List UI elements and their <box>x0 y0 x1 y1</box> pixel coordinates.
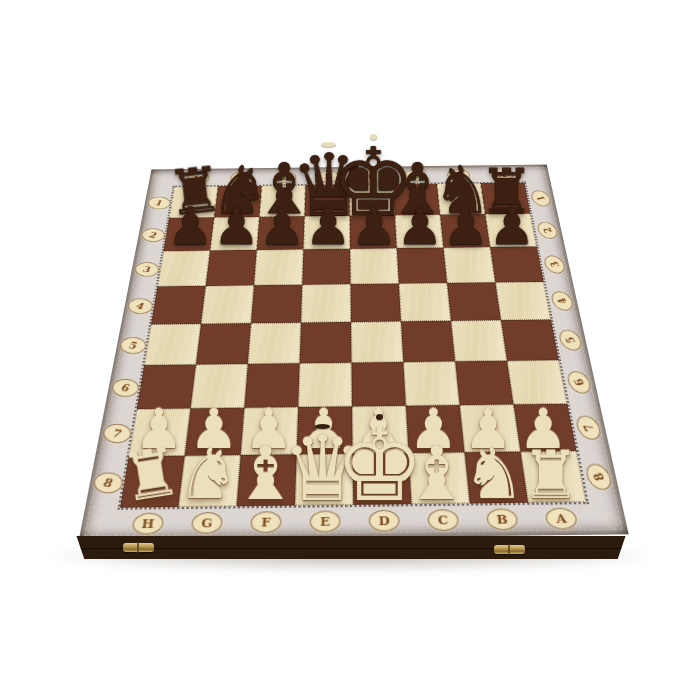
piece-dark-pawn-D2[interactable]: ♟ <box>351 200 398 252</box>
piece-dark-pawn-A2[interactable]: ♟ <box>488 200 535 252</box>
square-B4[interactable] <box>447 282 501 320</box>
rank-label-left-2: 2 <box>139 227 168 244</box>
square-E5[interactable] <box>300 322 352 363</box>
piece-light-knight-B8[interactable]: ♞ <box>462 439 525 509</box>
hinge-right <box>494 545 525 554</box>
square-A5[interactable] <box>501 320 559 361</box>
piece-light-rook-H8[interactable]: ♜ <box>117 438 186 512</box>
rank-label-left-3: 3 <box>132 260 162 278</box>
square-D5[interactable] <box>351 321 403 362</box>
piece-dark-pawn-E2[interactable]: ♟ <box>305 200 352 252</box>
square-C4[interactable] <box>399 283 451 321</box>
piece-dark-pawn-F2[interactable]: ♟ <box>259 200 306 252</box>
piece-light-rook-A8[interactable]: ♜ <box>521 442 580 508</box>
piece-light-bishop-C8[interactable]: ♝ <box>404 436 470 510</box>
square-E4[interactable] <box>301 284 351 322</box>
piece-dark-pawn-G2[interactable]: ♟ <box>213 200 260 252</box>
rank-label-right-6: 6 <box>564 369 595 396</box>
square-D4[interactable] <box>351 284 401 322</box>
square-H5[interactable] <box>144 324 201 365</box>
rank-label-right-5: 5 <box>555 328 585 353</box>
square-C5[interactable] <box>401 321 455 362</box>
rank-label-left-4: 4 <box>125 296 157 316</box>
piece-light-knight-G8[interactable]: ♞ <box>177 439 240 509</box>
square-H4[interactable] <box>151 286 206 325</box>
piece-dark-pawn-C2[interactable]: ♟ <box>397 200 444 252</box>
square-G5[interactable] <box>196 323 251 364</box>
rank-label-right-3: 3 <box>541 254 569 276</box>
rank-label-left-5: 5 <box>117 335 150 356</box>
rank-label-right-4: 4 <box>548 290 577 313</box>
corner-ornament <box>601 512 621 531</box>
corner-ornament <box>85 518 105 537</box>
square-F5[interactable] <box>248 323 301 364</box>
hinge-left <box>123 543 154 552</box>
square-A4[interactable] <box>495 282 551 320</box>
chess-set-photo: HHGGFFEEDDCCBBAA1122334455667788 ♜♞♝♛♚♝♞… <box>0 0 700 700</box>
rank-label-right-8: 8 <box>582 461 616 492</box>
square-G4[interactable] <box>201 285 254 324</box>
piece-dark-pawn-B2[interactable]: ♟ <box>442 200 489 252</box>
square-F4[interactable] <box>251 285 302 323</box>
piece-dark-pawn-H2[interactable]: ♟ <box>167 200 214 252</box>
box-lid-seam <box>72 548 630 549</box>
rank-label-right-2: 2 <box>534 220 561 240</box>
square-B5[interactable] <box>451 320 507 361</box>
box-side-face <box>72 536 630 559</box>
